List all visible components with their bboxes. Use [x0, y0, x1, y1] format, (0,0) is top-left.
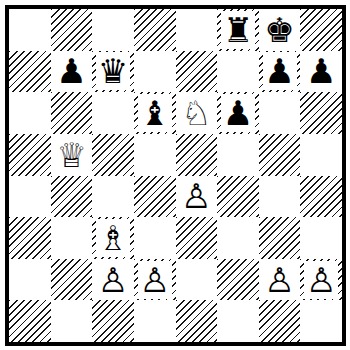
square-e6[interactable]: ♘ [176, 92, 218, 134]
square-d2[interactable]: ♙ [134, 259, 176, 301]
square-h7[interactable]: ♟ [300, 51, 342, 93]
square-e3[interactable] [176, 217, 218, 259]
square-d1[interactable] [134, 300, 176, 342]
black-pawn-piece: ♟ [54, 52, 88, 90]
square-g3[interactable] [259, 217, 301, 259]
square-b3[interactable] [51, 217, 93, 259]
square-h6[interactable] [300, 92, 342, 134]
square-c1[interactable] [92, 300, 134, 342]
square-b5[interactable]: ♕ [51, 134, 93, 176]
square-g8[interactable]: ♚ [259, 9, 301, 51]
square-g6[interactable] [259, 92, 301, 134]
square-f6[interactable]: ♟ [217, 92, 259, 134]
square-b2[interactable] [51, 259, 93, 301]
square-e4[interactable]: ♙ [176, 176, 218, 218]
square-a1[interactable] [9, 300, 51, 342]
square-f2[interactable] [217, 259, 259, 301]
square-f5[interactable] [217, 134, 259, 176]
white-pawn-piece: ♙ [304, 261, 338, 299]
white-pawn-piece: ♙ [263, 261, 297, 299]
black-pawn-piece: ♟ [221, 94, 255, 132]
square-a3[interactable] [9, 217, 51, 259]
chess-board: ♜♚♟♛♟♟♝♘♟♕♙♗♙♙♙♙ [5, 5, 346, 346]
square-g5[interactable] [259, 134, 301, 176]
square-a4[interactable] [9, 176, 51, 218]
square-d8[interactable] [134, 9, 176, 51]
square-a8[interactable] [9, 9, 51, 51]
square-g2[interactable]: ♙ [259, 259, 301, 301]
white-bishop-piece: ♗ [96, 219, 130, 257]
square-f3[interactable] [217, 217, 259, 259]
square-c8[interactable] [92, 9, 134, 51]
square-a6[interactable] [9, 92, 51, 134]
white-knight-piece: ♘ [179, 94, 213, 132]
square-f8[interactable]: ♜ [217, 9, 259, 51]
square-b8[interactable] [51, 9, 93, 51]
square-d3[interactable] [134, 217, 176, 259]
white-pawn-piece: ♙ [96, 261, 130, 299]
square-c7[interactable]: ♛ [92, 51, 134, 93]
chess-diagram-page: ♜♚♟♛♟♟♝♘♟♕♙♗♙♙♙♙ [0, 0, 350, 350]
square-g7[interactable]: ♟ [259, 51, 301, 93]
black-bishop-piece: ♝ [138, 94, 172, 132]
square-b6[interactable] [51, 92, 93, 134]
square-h3[interactable] [300, 217, 342, 259]
square-d7[interactable] [134, 51, 176, 93]
square-f7[interactable] [217, 51, 259, 93]
square-d5[interactable] [134, 134, 176, 176]
square-c6[interactable] [92, 92, 134, 134]
square-h1[interactable] [300, 300, 342, 342]
square-a7[interactable] [9, 51, 51, 93]
square-g1[interactable] [259, 300, 301, 342]
square-e5[interactable] [176, 134, 218, 176]
square-c5[interactable] [92, 134, 134, 176]
square-b7[interactable]: ♟ [51, 51, 93, 93]
square-e8[interactable] [176, 9, 218, 51]
white-pawn-piece: ♙ [179, 177, 213, 215]
black-pawn-piece: ♟ [304, 52, 338, 90]
square-c4[interactable] [92, 176, 134, 218]
square-f1[interactable] [217, 300, 259, 342]
black-pawn-piece: ♟ [263, 52, 297, 90]
square-g4[interactable] [259, 176, 301, 218]
square-f4[interactable] [217, 176, 259, 218]
black-rook-piece: ♜ [221, 11, 255, 49]
square-c2[interactable]: ♙ [92, 259, 134, 301]
black-queen-piece: ♛ [96, 52, 130, 90]
square-b4[interactable] [51, 176, 93, 218]
square-d4[interactable] [134, 176, 176, 218]
square-e7[interactable] [176, 51, 218, 93]
square-b1[interactable] [51, 300, 93, 342]
square-a2[interactable] [9, 259, 51, 301]
square-h5[interactable] [300, 134, 342, 176]
square-h4[interactable] [300, 176, 342, 218]
white-queen-piece: ♕ [54, 136, 88, 174]
square-h8[interactable] [300, 9, 342, 51]
square-a5[interactable] [9, 134, 51, 176]
square-c3[interactable]: ♗ [92, 217, 134, 259]
black-king-piece: ♚ [263, 11, 297, 49]
square-e1[interactable] [176, 300, 218, 342]
square-d6[interactable]: ♝ [134, 92, 176, 134]
square-e2[interactable] [176, 259, 218, 301]
white-pawn-piece: ♙ [138, 261, 172, 299]
square-h2[interactable]: ♙ [300, 259, 342, 301]
